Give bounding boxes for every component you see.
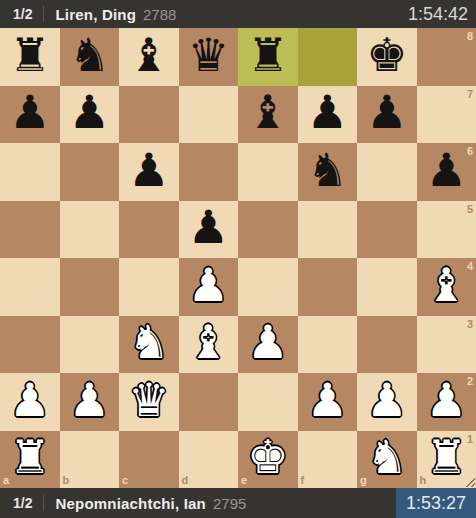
bar-divider (43, 495, 44, 511)
square-a4[interactable] (0, 258, 60, 316)
black-king[interactable]: ♚ (366, 32, 407, 78)
square-b5[interactable] (60, 201, 120, 259)
square-b8[interactable]: ♞ (60, 28, 120, 86)
top-player-name: Liren, Ding (55, 6, 136, 23)
square-g1[interactable]: g♞ (357, 431, 417, 489)
white-pawn[interactable]: ♟ (247, 319, 288, 365)
black-queen[interactable]: ♛ (188, 32, 229, 78)
white-rook[interactable]: ♜ (9, 434, 50, 480)
square-e3[interactable]: ♟ (238, 316, 298, 374)
square-g6[interactable] (357, 143, 417, 201)
square-e7[interactable]: ♝ (238, 86, 298, 144)
black-rook[interactable]: ♜ (9, 32, 50, 78)
white-pawn[interactable]: ♟ (366, 377, 407, 423)
square-f4[interactable] (298, 258, 358, 316)
white-pawn[interactable]: ♟ (69, 377, 110, 423)
square-f1[interactable]: f (298, 431, 358, 489)
bar-divider (43, 6, 44, 22)
square-b7[interactable]: ♟ (60, 86, 120, 144)
square-b4[interactable] (60, 258, 120, 316)
square-a6[interactable] (0, 143, 60, 201)
square-f6[interactable]: ♞ (298, 143, 358, 201)
square-a8[interactable]: ♜ (0, 28, 60, 86)
white-bishop[interactable]: ♝ (188, 319, 229, 365)
black-pawn[interactable]: ♟ (426, 147, 467, 193)
black-pawn[interactable]: ♟ (307, 89, 348, 135)
top-player-bar: 1/2 Liren, Ding 2788 1:54:42 (0, 0, 476, 28)
square-h4[interactable]: 4♝ (417, 258, 476, 316)
black-pawn[interactable]: ♟ (128, 147, 169, 193)
square-e4[interactable] (238, 258, 298, 316)
bottom-player-rating: 2795 (213, 495, 246, 512)
square-c8[interactable]: ♝ (119, 28, 179, 86)
square-e2[interactable] (238, 373, 298, 431)
bottom-player-bar: 1/2 Nepomniachtchi, Ian 2795 1:53:27 (0, 488, 476, 518)
square-b3[interactable] (60, 316, 120, 374)
bottom-player-clock: 1:53:27 (396, 488, 476, 518)
square-d3[interactable]: ♝ (179, 316, 239, 374)
white-pawn[interactable]: ♟ (307, 377, 348, 423)
square-e1[interactable]: e♚ (238, 431, 298, 489)
square-c6[interactable]: ♟ (119, 143, 179, 201)
square-e5[interactable] (238, 201, 298, 259)
square-c4[interactable] (119, 258, 179, 316)
black-knight[interactable]: ♞ (307, 147, 348, 193)
rank-label-3: 3 (467, 319, 473, 330)
square-g4[interactable] (357, 258, 417, 316)
black-rook[interactable]: ♜ (247, 32, 288, 78)
top-player-clock: 1:54:42 (400, 0, 476, 28)
black-pawn[interactable]: ♟ (366, 89, 407, 135)
square-f2[interactable]: ♟ (298, 373, 358, 431)
square-d6[interactable] (179, 143, 239, 201)
square-d7[interactable] (179, 86, 239, 144)
square-a2[interactable]: ♟ (0, 373, 60, 431)
white-rook[interactable]: ♜ (426, 434, 467, 480)
black-pawn[interactable]: ♟ (188, 204, 229, 250)
square-g8[interactable]: ♚ (357, 28, 417, 86)
square-a5[interactable] (0, 201, 60, 259)
white-bishop[interactable]: ♝ (426, 262, 467, 308)
square-e8[interactable]: ♜ (238, 28, 298, 86)
square-g7[interactable]: ♟ (357, 86, 417, 144)
square-f5[interactable] (298, 201, 358, 259)
rank-label-5: 5 (467, 204, 473, 215)
rank-label-7: 7 (467, 89, 473, 100)
square-a1[interactable]: a♜ (0, 431, 60, 489)
rank-label-8: 8 (467, 31, 473, 42)
white-king[interactable]: ♚ (247, 434, 288, 480)
white-knight[interactable]: ♞ (128, 319, 169, 365)
app: 1/2 Liren, Ding 2788 1:54:42 ♜♞♝♛♜♚8♟♟♝♟… (0, 0, 476, 518)
white-knight[interactable]: ♞ (366, 434, 407, 480)
square-d4[interactable]: ♟ (179, 258, 239, 316)
square-d1[interactable]: d (179, 431, 239, 489)
rank-label-6: 6 (467, 146, 473, 157)
square-c7[interactable] (119, 86, 179, 144)
board-wrap: ♜♞♝♛♜♚8♟♟♝♟♟7♟♞6♟♟5♟4♝♞♝♟3♟♟♛♟♟2♟a♜bcde♚… (0, 28, 476, 488)
white-queen[interactable]: ♛ (128, 377, 169, 423)
square-c1[interactable]: c (119, 431, 179, 489)
square-d2[interactable] (179, 373, 239, 431)
black-bishop[interactable]: ♝ (247, 89, 288, 135)
board: ♜♞♝♛♜♚8♟♟♝♟♟7♟♞6♟♟5♟4♝♞♝♟3♟♟♛♟♟2♟a♜bcde♚… (0, 28, 476, 488)
square-b1[interactable]: b (60, 431, 120, 489)
square-c2[interactable]: ♛ (119, 373, 179, 431)
square-b6[interactable] (60, 143, 120, 201)
square-f3[interactable] (298, 316, 358, 374)
square-a3[interactable] (0, 316, 60, 374)
square-h8[interactable]: 8 (417, 28, 476, 86)
square-h7[interactable]: 7 (417, 86, 476, 144)
square-h3[interactable]: 3 (417, 316, 476, 374)
file-label-b: b (63, 475, 70, 486)
black-bishop[interactable]: ♝ (128, 32, 169, 78)
square-b2[interactable]: ♟ (60, 373, 120, 431)
white-pawn[interactable]: ♟ (426, 377, 467, 423)
square-c3[interactable]: ♞ (119, 316, 179, 374)
board-resize-handle[interactable] (464, 476, 475, 487)
square-f8[interactable] (298, 28, 358, 86)
top-player-score: 1/2 (0, 6, 32, 22)
square-f7[interactable]: ♟ (298, 86, 358, 144)
rank-label-1: 1 (467, 434, 473, 445)
square-h5[interactable]: 5 (417, 201, 476, 259)
square-g5[interactable] (357, 201, 417, 259)
rank-label-2: 2 (467, 376, 473, 387)
square-h6[interactable]: 6♟ (417, 143, 476, 201)
file-label-d: d (182, 475, 189, 486)
black-pawn[interactable]: ♟ (9, 89, 50, 135)
black-pawn[interactable]: ♟ (69, 89, 110, 135)
white-pawn[interactable]: ♟ (188, 262, 229, 308)
square-c5[interactable] (119, 201, 179, 259)
rank-label-4: 4 (467, 261, 473, 272)
square-d5[interactable]: ♟ (179, 201, 239, 259)
square-a7[interactable]: ♟ (0, 86, 60, 144)
square-g2[interactable]: ♟ (357, 373, 417, 431)
bottom-player-name: Nepomniachtchi, Ian (55, 495, 206, 512)
square-e6[interactable] (238, 143, 298, 201)
file-label-f: f (301, 475, 305, 486)
white-pawn[interactable]: ♟ (9, 377, 50, 423)
top-player-rating: 2788 (143, 6, 176, 23)
file-label-c: c (122, 475, 128, 486)
square-d8[interactable]: ♛ (179, 28, 239, 86)
black-knight[interactable]: ♞ (69, 32, 110, 78)
square-h2[interactable]: 2♟ (417, 373, 476, 431)
bottom-player-score: 1/2 (0, 495, 32, 511)
square-g3[interactable] (357, 316, 417, 374)
